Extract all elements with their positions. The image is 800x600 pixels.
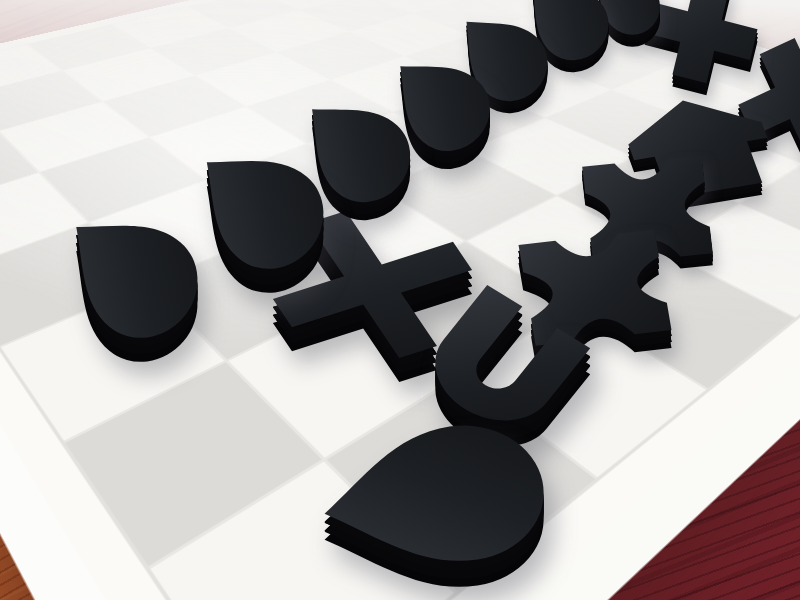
photo-chess-scene: Minimalist black acrylic chess set on a …: [0, 0, 800, 600]
pieces-layer: [0, 0, 800, 600]
piece-pawn-1[interactable]: [38, 180, 222, 364]
piece-pawn-flat[interactable]: [300, 385, 567, 600]
